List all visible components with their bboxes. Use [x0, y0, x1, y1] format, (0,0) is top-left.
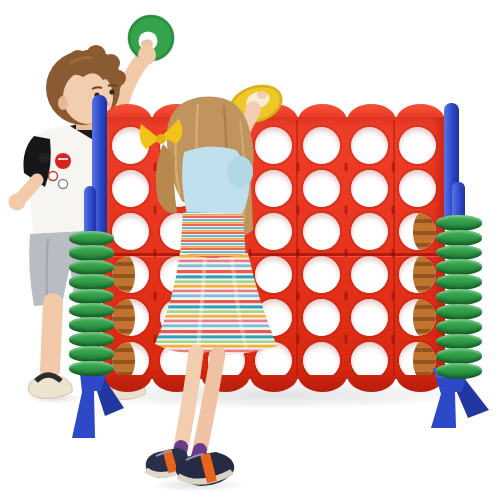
girl-left-leg	[181, 352, 196, 447]
girl-figure	[0, 0, 500, 500]
girl-dress-skirt	[155, 252, 277, 354]
product-photo-scene	[0, 0, 500, 500]
girl-tee-sleeve	[227, 156, 253, 188]
girl-hand	[245, 101, 261, 119]
girl	[140, 79, 287, 486]
girl-right-leg	[200, 354, 218, 450]
girl-dress-bodice	[180, 212, 246, 258]
